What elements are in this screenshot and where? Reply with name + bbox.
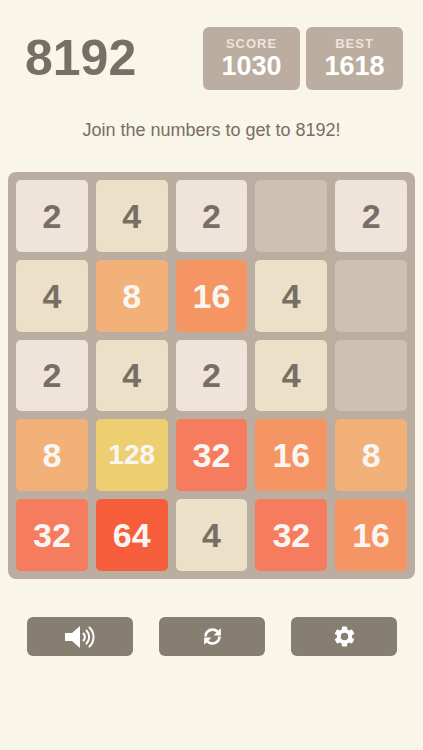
tile-4: 4	[255, 340, 327, 412]
tile-16: 16	[335, 499, 407, 571]
header: 8192 SCORE 1030 BEST 1618	[0, 0, 423, 90]
tile-64: 64	[96, 499, 168, 571]
score-box: SCORE 1030	[203, 27, 300, 90]
tile-2: 2	[176, 340, 248, 412]
restart-button[interactable]	[159, 617, 265, 656]
app: 8192 SCORE 1030 BEST 1618 Join the numbe…	[0, 0, 423, 750]
board[interactable]: 2422481642424812832168326443216	[8, 172, 415, 579]
tile-8: 8	[335, 419, 407, 491]
tile-4: 4	[96, 340, 168, 412]
tile-32: 32	[16, 499, 88, 571]
tile-128: 128	[96, 419, 168, 491]
gear-icon	[332, 624, 357, 649]
sound-button[interactable]	[27, 617, 133, 656]
tile-2: 2	[16, 340, 88, 412]
speaker-icon	[64, 624, 96, 650]
score-value: 1030	[221, 53, 281, 80]
subtitle: Join the numbers to get to 8192!	[0, 120, 423, 140]
settings-button[interactable]	[291, 617, 397, 656]
tile-4: 4	[176, 499, 248, 571]
tile-32: 32	[255, 499, 327, 571]
game-title: 8192	[25, 27, 136, 90]
tile-8: 8	[96, 260, 168, 332]
tile-4: 4	[16, 260, 88, 332]
tile-16: 16	[255, 419, 327, 491]
toolbar	[0, 617, 423, 656]
tile-2: 2	[16, 180, 88, 252]
empty-cell	[255, 180, 327, 252]
tile-2: 2	[335, 180, 407, 252]
refresh-icon	[200, 624, 225, 649]
tile-4: 4	[96, 180, 168, 252]
tile-2: 2	[176, 180, 248, 252]
best-value: 1618	[324, 53, 384, 80]
score-label: SCORE	[226, 37, 277, 50]
tile-16: 16	[176, 260, 248, 332]
empty-cell	[335, 340, 407, 412]
tile-4: 4	[255, 260, 327, 332]
best-label: BEST	[335, 37, 374, 50]
tile-32: 32	[176, 419, 248, 491]
score-panel: SCORE 1030 BEST 1618	[203, 27, 403, 90]
empty-cell	[335, 260, 407, 332]
tile-8: 8	[16, 419, 88, 491]
best-box: BEST 1618	[306, 27, 403, 90]
